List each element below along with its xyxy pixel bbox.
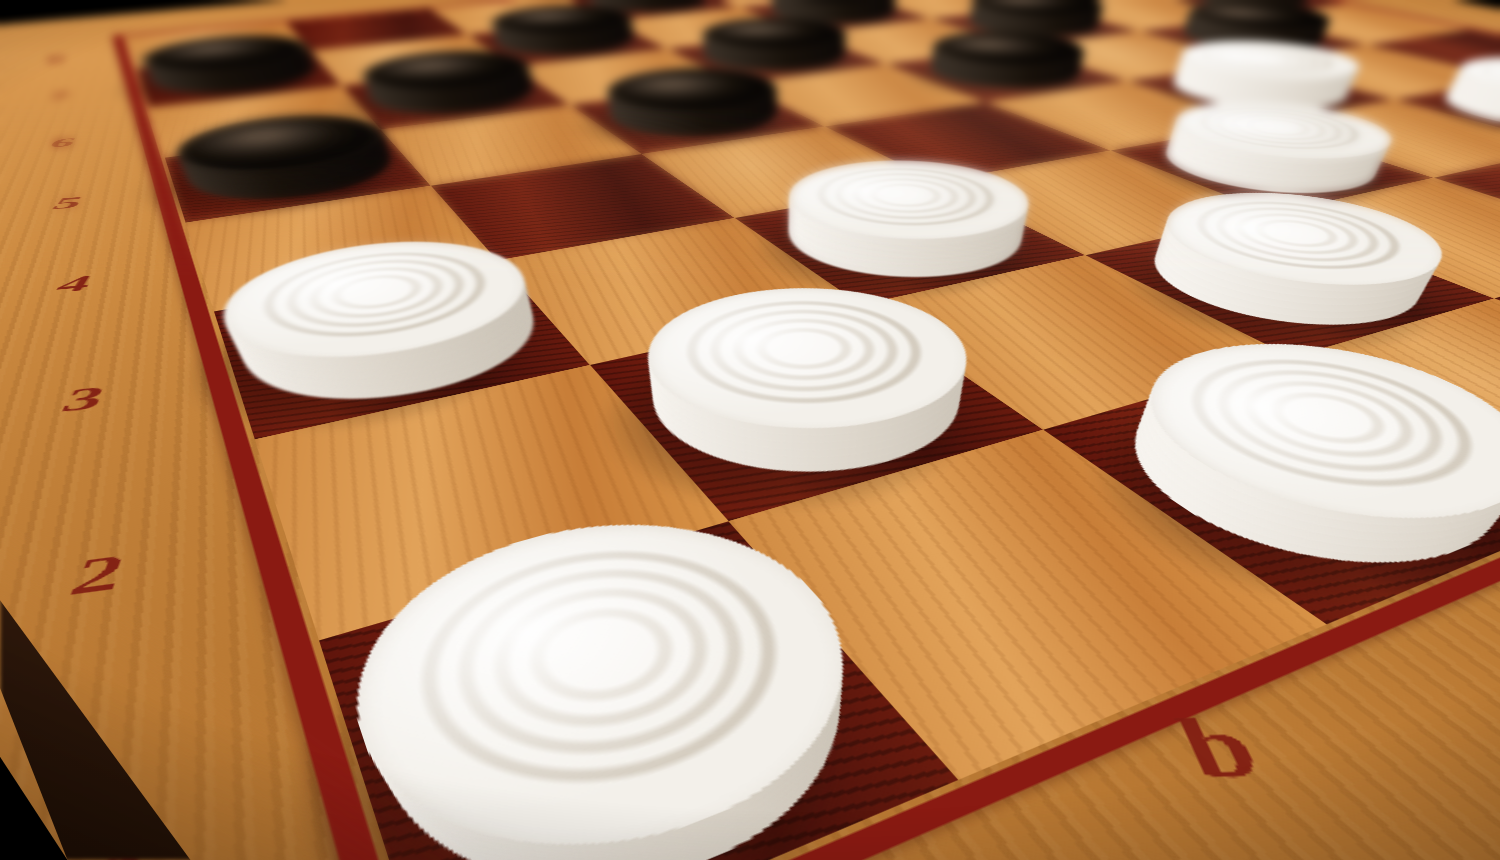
rank-label-1: 1 [0,789,238,860]
file-label-b: b [1111,688,1338,814]
rank-label-6: 6 [16,131,108,155]
perspective-stretch: 12345678abcdefgh [0,0,1500,860]
rank-label-2: 2 [0,526,185,628]
rank-label-8: 8 [19,52,93,67]
rank-label-5: 5 [14,187,119,219]
white-checker-c1[interactable] [1043,357,1500,624]
board-playing-area [126,0,1500,860]
white-checker-a3[interactable] [214,261,590,440]
checkers-photo-canvas: 12345678abcdefgh [0,0,1500,860]
rank-label-4: 4 [11,263,134,307]
scene-3d: 12345678abcdefgh [0,0,1500,860]
rank-label-3: 3 [7,368,155,432]
rank-label-7: 7 [17,87,99,106]
checkers-board: 12345678abcdefgh [0,0,1500,860]
